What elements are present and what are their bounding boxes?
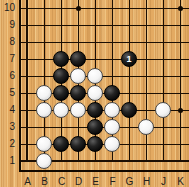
intersection-B3[interactable] — [36, 119, 53, 136]
intersection-H10[interactable] — [138, 0, 155, 17]
intersection-F10[interactable] — [104, 0, 121, 17]
intersection-F4[interactable] — [104, 102, 121, 119]
intersection-B7[interactable] — [36, 51, 53, 68]
intersection-E10[interactable] — [87, 0, 104, 17]
intersection-D8[interactable] — [70, 34, 87, 51]
intersection-C4[interactable] — [53, 102, 70, 119]
intersection-A10[interactable] — [19, 0, 36, 17]
black-stone-E4 — [87, 102, 103, 118]
col-label-E: E — [87, 176, 104, 187]
intersection-D6[interactable] — [70, 68, 87, 85]
intersection-J2[interactable] — [155, 136, 172, 153]
intersection-G1[interactable] — [121, 153, 138, 170]
intersection-B1[interactable] — [36, 153, 53, 170]
black-stone-F5 — [104, 85, 120, 101]
col-label-D: D — [70, 176, 87, 187]
intersection-J1[interactable] — [155, 153, 172, 170]
intersection-A7[interactable] — [19, 51, 36, 68]
intersection-J5[interactable] — [155, 85, 172, 102]
intersection-G8[interactable] — [121, 34, 138, 51]
intersection-E9[interactable] — [87, 17, 104, 34]
row-label-2: 2 — [1, 139, 15, 149]
row-label-5: 5 — [1, 88, 15, 98]
intersection-K1[interactable] — [172, 153, 189, 170]
white-stone-J4 — [155, 102, 171, 118]
intersection-B4[interactable] — [36, 102, 53, 119]
intersection-H4[interactable] — [138, 102, 155, 119]
board-bottom-edge — [19, 170, 189, 172]
intersection-C8[interactable] — [53, 34, 70, 51]
intersection-G4[interactable] — [121, 102, 138, 119]
black-stone-G7: 1 — [121, 51, 137, 67]
intersection-H7[interactable] — [138, 51, 155, 68]
intersection-E6[interactable] — [87, 68, 104, 85]
intersection-H1[interactable] — [138, 153, 155, 170]
black-stone-C6 — [53, 68, 69, 84]
intersection-J4[interactable] — [155, 102, 172, 119]
hoshi-point-K4 — [178, 108, 183, 113]
intersection-J9[interactable] — [155, 17, 172, 34]
intersection-B10[interactable] — [36, 0, 53, 17]
goban-grid: 1 — [19, 0, 189, 170]
black-stone-D2 — [70, 136, 86, 152]
intersection-A5[interactable] — [19, 85, 36, 102]
row-label-4: 4 — [1, 105, 15, 115]
intersection-A2[interactable] — [19, 136, 36, 153]
intersection-J7[interactable] — [155, 51, 172, 68]
intersection-E2[interactable] — [87, 136, 104, 153]
intersection-B5[interactable] — [36, 85, 53, 102]
intersection-G2[interactable] — [121, 136, 138, 153]
intersection-C6[interactable] — [53, 68, 70, 85]
intersection-F7[interactable] — [104, 51, 121, 68]
col-label-C: C — [53, 176, 70, 187]
col-label-F: F — [104, 176, 121, 187]
intersection-F6[interactable] — [104, 68, 121, 85]
black-stone-C2 — [53, 136, 69, 152]
intersection-H8[interactable] — [138, 34, 155, 51]
hoshi-point-D10 — [76, 6, 81, 11]
row-label-6: 6 — [1, 71, 15, 81]
white-stone-F4 — [104, 102, 120, 118]
intersection-A9[interactable] — [19, 17, 36, 34]
row-label-9: 9 — [1, 20, 15, 30]
intersection-A1[interactable] — [19, 153, 36, 170]
intersection-H2[interactable] — [138, 136, 155, 153]
intersection-E1[interactable] — [87, 153, 104, 170]
white-stone-H3 — [138, 119, 154, 135]
row-label-7: 7 — [1, 54, 15, 64]
intersection-E7[interactable] — [87, 51, 104, 68]
intersection-G5[interactable] — [121, 85, 138, 102]
intersection-G10[interactable] — [121, 0, 138, 17]
intersection-F3[interactable] — [104, 119, 121, 136]
black-stone-E3 — [87, 119, 103, 135]
intersection-K7[interactable] — [172, 51, 189, 68]
black-stone-C5 — [53, 85, 69, 101]
col-label-B: B — [36, 176, 53, 187]
intersection-G6[interactable] — [121, 68, 138, 85]
intersection-F5[interactable] — [104, 85, 121, 102]
white-stone-E6 — [87, 68, 103, 84]
intersection-G9[interactable] — [121, 17, 138, 34]
white-stone-E5 — [87, 85, 103, 101]
intersection-B9[interactable] — [36, 17, 53, 34]
intersection-E3[interactable] — [87, 119, 104, 136]
intersection-F9[interactable] — [104, 17, 121, 34]
row-label-3: 3 — [1, 122, 15, 132]
intersection-J8[interactable] — [155, 34, 172, 51]
intersection-H5[interactable] — [138, 85, 155, 102]
white-stone-D4 — [70, 102, 86, 118]
white-stone-B1 — [36, 153, 52, 169]
white-stone-C4 — [53, 102, 69, 118]
intersection-J10[interactable] — [155, 0, 172, 17]
intersection-D2[interactable] — [70, 136, 87, 153]
intersection-E4[interactable] — [87, 102, 104, 119]
intersection-G3[interactable] — [121, 119, 138, 136]
intersection-D7[interactable] — [70, 51, 87, 68]
black-stone-D7 — [70, 51, 86, 67]
intersection-F1[interactable] — [104, 153, 121, 170]
white-stone-B2 — [36, 136, 52, 152]
intersection-C2[interactable] — [53, 136, 70, 153]
intersection-K9[interactable] — [172, 17, 189, 34]
row-label-1: 1 — [1, 156, 15, 166]
intersection-K3[interactable] — [172, 119, 189, 136]
black-stone-E2 — [87, 136, 103, 152]
intersection-B8[interactable] — [36, 34, 53, 51]
intersection-C5[interactable] — [53, 85, 70, 102]
intersection-D4[interactable] — [70, 102, 87, 119]
intersection-D5[interactable] — [70, 85, 87, 102]
intersection-C10[interactable] — [53, 0, 70, 17]
intersection-K8[interactable] — [172, 34, 189, 51]
white-stone-B5 — [36, 85, 52, 101]
intersection-H9[interactable] — [138, 17, 155, 34]
intersection-D9[interactable] — [70, 17, 87, 34]
intersection-J6[interactable] — [155, 68, 172, 85]
intersection-K5[interactable] — [172, 85, 189, 102]
intersection-F8[interactable] — [104, 34, 121, 51]
col-label-J: J — [155, 176, 172, 187]
intersection-H6[interactable] — [138, 68, 155, 85]
black-stone-G4 — [121, 102, 137, 118]
intersection-J3[interactable] — [155, 119, 172, 136]
intersection-E8[interactable] — [87, 34, 104, 51]
intersection-K4[interactable] — [172, 102, 189, 119]
white-stone-F2 — [104, 136, 120, 152]
intersection-D3[interactable] — [70, 119, 87, 136]
col-label-K: K — [172, 176, 189, 187]
intersection-G7[interactable]: 1 — [121, 51, 138, 68]
white-stone-F3 — [104, 119, 120, 135]
col-label-A: A — [19, 176, 36, 187]
intersection-A4[interactable] — [19, 102, 36, 119]
white-stone-B4 — [36, 102, 52, 118]
intersection-F2[interactable] — [104, 136, 121, 153]
intersection-K10[interactable] — [172, 0, 189, 17]
col-label-H: H — [138, 176, 155, 187]
intersection-A6[interactable] — [19, 68, 36, 85]
intersection-B2[interactable] — [36, 136, 53, 153]
black-stone-D5 — [70, 85, 86, 101]
intersection-C7[interactable] — [53, 51, 70, 68]
col-label-G: G — [121, 176, 138, 187]
intersection-A3[interactable] — [19, 119, 36, 136]
row-label-10: 10 — [1, 3, 15, 13]
intersection-E5[interactable] — [87, 85, 104, 102]
intersection-K2[interactable] — [172, 136, 189, 153]
hoshi-point-K10 — [178, 6, 183, 11]
intersection-B6[interactable] — [36, 68, 53, 85]
intersection-D10[interactable] — [70, 0, 87, 17]
white-stone-D6 — [70, 68, 86, 84]
black-stone-C7 — [53, 51, 69, 67]
intersection-C1[interactable] — [53, 153, 70, 170]
intersection-A8[interactable] — [19, 34, 36, 51]
intersection-H3[interactable] — [138, 119, 155, 136]
go-board-diagram: 10987654321 ABCDEFGHJK 1 — [0, 0, 189, 187]
intersection-C9[interactable] — [53, 17, 70, 34]
move-number-label-G7: 1 — [122, 52, 136, 66]
intersection-C3[interactable] — [53, 119, 70, 136]
intersection-D1[interactable] — [70, 153, 87, 170]
row-label-8: 8 — [1, 37, 15, 47]
intersection-K6[interactable] — [172, 68, 189, 85]
